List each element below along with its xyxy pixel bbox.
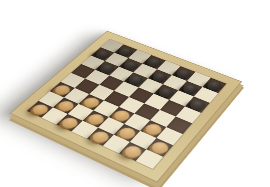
board-play-area xyxy=(26,39,228,170)
checkers-board xyxy=(10,31,243,183)
board-grid xyxy=(27,39,226,169)
photo-background xyxy=(0,0,270,187)
